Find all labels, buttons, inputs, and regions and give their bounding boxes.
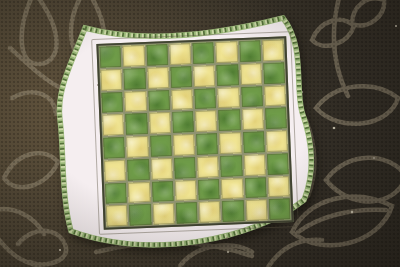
board-square [216, 41, 238, 63]
board-square [148, 90, 170, 112]
board-square [218, 109, 240, 131]
board-square [127, 159, 149, 181]
board-square [104, 160, 126, 182]
board-square [222, 200, 244, 222]
board-square [239, 40, 261, 62]
board-square [221, 178, 243, 200]
board-square [171, 89, 193, 111]
board-square [149, 112, 171, 134]
board-square [100, 69, 122, 91]
board-square [265, 108, 287, 130]
board-square [195, 110, 217, 132]
board-square [196, 133, 218, 155]
board-square [128, 181, 150, 203]
board-square [147, 67, 169, 89]
board-square [125, 113, 147, 135]
board-square [173, 134, 195, 156]
board-square [198, 179, 220, 201]
ceramic-chessboard [55, 8, 320, 258]
board-square [266, 130, 288, 152]
board-square [150, 135, 172, 157]
board-square [268, 199, 290, 221]
board-square [172, 111, 194, 133]
board-square [150, 158, 172, 180]
board-square [192, 42, 214, 64]
board-square [151, 180, 173, 202]
board-square [267, 153, 289, 175]
chessboard-grid [96, 36, 293, 229]
photo-scene [0, 0, 400, 267]
board-square [199, 201, 221, 223]
board-square [124, 68, 146, 90]
board-square [264, 85, 286, 107]
board-square [99, 46, 121, 68]
board-square [217, 87, 239, 109]
board-square [217, 64, 239, 86]
board-square [170, 66, 192, 88]
board-square [146, 44, 168, 66]
board-square [245, 199, 267, 221]
board-square [241, 86, 263, 108]
board-square [262, 39, 284, 61]
board-square [105, 182, 127, 204]
board-square [240, 63, 262, 85]
board-square [243, 154, 265, 176]
board-square [169, 43, 191, 65]
board-square [152, 203, 174, 225]
board-square [193, 65, 215, 87]
board-square [126, 136, 148, 158]
board-square [103, 137, 125, 159]
board-square [220, 155, 242, 177]
board-square [268, 176, 290, 198]
board-square [101, 91, 123, 113]
board-square [176, 202, 198, 224]
board-square [174, 157, 196, 179]
board-grid-area [96, 36, 293, 229]
board-square [219, 132, 241, 154]
board-square [129, 204, 151, 226]
board-square [242, 109, 264, 131]
board-square [102, 114, 124, 136]
board-square [175, 180, 197, 202]
board-square [106, 205, 128, 227]
board-square [123, 45, 145, 67]
board-square [194, 88, 216, 110]
board-square [125, 90, 147, 112]
board-square [244, 177, 266, 199]
board-square [263, 62, 285, 84]
board-square [243, 131, 265, 153]
board-square [197, 156, 219, 178]
